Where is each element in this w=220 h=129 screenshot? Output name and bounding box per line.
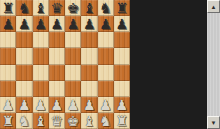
piece-white-pawn[interactable]: ♟ [116, 97, 129, 111]
piece-black-pawn[interactable]: ♟ [67, 17, 80, 31]
scroll-up-button[interactable]: ▲ [207, 0, 220, 13]
piece-black-knight[interactable]: ♞ [18, 1, 31, 15]
square-h8[interactable]: ♜ [114, 0, 130, 16]
square-f2[interactable]: ♟ [81, 97, 97, 113]
square-a1[interactable]: ♜ [0, 113, 16, 129]
square-b7[interactable]: ♟ [16, 16, 32, 32]
piece-white-knight[interactable]: ♞ [99, 113, 112, 127]
square-h7[interactable]: ♟ [114, 16, 130, 32]
piece-black-queen[interactable]: ♛ [51, 1, 64, 15]
square-b3[interactable] [16, 81, 32, 97]
square-e1[interactable]: ♚ [65, 113, 81, 129]
piece-black-bishop[interactable]: ♝ [34, 1, 47, 15]
square-b6[interactable] [16, 32, 32, 48]
piece-black-bishop[interactable]: ♝ [83, 1, 96, 15]
square-e2[interactable]: ♟ [65, 97, 81, 113]
square-d3[interactable] [49, 81, 65, 97]
piece-black-pawn[interactable]: ♟ [99, 17, 112, 31]
square-c8[interactable]: ♝ [33, 0, 49, 16]
square-a8[interactable]: ♜ [0, 0, 16, 16]
piece-white-pawn[interactable]: ♟ [2, 97, 15, 111]
square-c4[interactable] [33, 65, 49, 81]
square-h5[interactable] [114, 48, 130, 64]
piece-black-pawn[interactable]: ♟ [18, 17, 31, 31]
square-a4[interactable] [0, 65, 16, 81]
square-f1[interactable]: ♝ [81, 113, 97, 129]
piece-white-pawn[interactable]: ♟ [18, 97, 31, 111]
square-c1[interactable]: ♝ [33, 113, 49, 129]
piece-white-pawn[interactable]: ♟ [51, 97, 64, 111]
piece-white-pawn[interactable]: ♟ [99, 97, 112, 111]
square-b8[interactable]: ♞ [16, 0, 32, 16]
square-g3[interactable] [98, 81, 114, 97]
square-c3[interactable] [33, 81, 49, 97]
square-g6[interactable] [98, 32, 114, 48]
piece-white-rook[interactable]: ♜ [116, 113, 129, 127]
scroll-down-icon: ▼ [211, 120, 217, 126]
square-a3[interactable] [0, 81, 16, 97]
square-g8[interactable]: ♞ [98, 0, 114, 16]
piece-white-pawn[interactable]: ♟ [83, 97, 96, 111]
square-f3[interactable] [81, 81, 97, 97]
piece-white-bishop[interactable]: ♝ [83, 113, 96, 127]
square-g4[interactable] [98, 65, 114, 81]
square-g7[interactable]: ♟ [98, 16, 114, 32]
piece-black-king[interactable]: ♚ [67, 1, 80, 15]
square-c5[interactable] [33, 48, 49, 64]
square-h3[interactable] [114, 81, 130, 97]
square-d1[interactable]: ♛ [49, 113, 65, 129]
square-e8[interactable]: ♚ [65, 0, 81, 16]
piece-black-pawn[interactable]: ♟ [116, 17, 129, 31]
square-e3[interactable] [65, 81, 81, 97]
square-b4[interactable] [16, 65, 32, 81]
piece-white-bishop[interactable]: ♝ [34, 113, 47, 127]
scroll-down-button[interactable]: ▼ [207, 116, 220, 129]
square-a2[interactable]: ♟ [0, 97, 16, 113]
square-b2[interactable]: ♟ [16, 97, 32, 113]
square-h4[interactable] [114, 65, 130, 81]
square-g1[interactable]: ♞ [98, 113, 114, 129]
square-c6[interactable] [33, 32, 49, 48]
piece-white-knight[interactable]: ♞ [18, 113, 31, 127]
square-h1[interactable]: ♜ [114, 113, 130, 129]
square-e4[interactable] [65, 65, 81, 81]
vertical-scrollbar[interactable]: ▲ ▼ [207, 0, 220, 129]
piece-white-pawn[interactable]: ♟ [34, 97, 47, 111]
piece-white-queen[interactable]: ♛ [51, 113, 64, 127]
piece-black-pawn[interactable]: ♟ [83, 17, 96, 31]
side-panel [130, 0, 207, 129]
square-h2[interactable]: ♟ [114, 97, 130, 113]
piece-black-knight[interactable]: ♞ [99, 1, 112, 15]
square-b5[interactable] [16, 48, 32, 64]
square-d5[interactable] [49, 48, 65, 64]
square-f7[interactable]: ♟ [81, 16, 97, 32]
square-e6[interactable] [65, 32, 81, 48]
piece-black-rook[interactable]: ♜ [116, 1, 129, 15]
square-c2[interactable]: ♟ [33, 97, 49, 113]
square-b1[interactable]: ♞ [16, 113, 32, 129]
square-g2[interactable]: ♟ [98, 97, 114, 113]
square-c7[interactable]: ♟ [33, 16, 49, 32]
piece-white-king[interactable]: ♚ [67, 113, 80, 127]
square-d8[interactable]: ♛ [49, 0, 65, 16]
piece-black-pawn[interactable]: ♟ [34, 17, 47, 31]
square-g5[interactable] [98, 48, 114, 64]
piece-black-rook[interactable]: ♜ [2, 1, 15, 15]
scroll-up-icon: ▲ [211, 4, 217, 10]
square-h6[interactable] [114, 32, 130, 48]
square-d7[interactable]: ♟ [49, 16, 65, 32]
square-d2[interactable]: ♟ [49, 97, 65, 113]
piece-black-pawn[interactable]: ♟ [2, 17, 15, 31]
square-d6[interactable] [49, 32, 65, 48]
square-f6[interactable] [81, 32, 97, 48]
chess-board: ♜♞♝♛♚♝♞♜♟♟♟♟♟♟♟♟♟♟♟♟♟♟♟♟♜♞♝♛♚♝♞♜ [0, 0, 130, 129]
square-d4[interactable] [49, 65, 65, 81]
square-f4[interactable] [81, 65, 97, 81]
piece-black-pawn[interactable]: ♟ [51, 17, 64, 31]
square-a5[interactable] [0, 48, 16, 64]
square-f5[interactable] [81, 48, 97, 64]
square-a6[interactable] [0, 32, 16, 48]
square-e7[interactable]: ♟ [65, 16, 81, 32]
piece-white-rook[interactable]: ♜ [2, 113, 15, 127]
square-a7[interactable]: ♟ [0, 16, 16, 32]
piece-white-pawn[interactable]: ♟ [67, 97, 80, 111]
square-f8[interactable]: ♝ [81, 0, 97, 16]
square-e5[interactable] [65, 48, 81, 64]
